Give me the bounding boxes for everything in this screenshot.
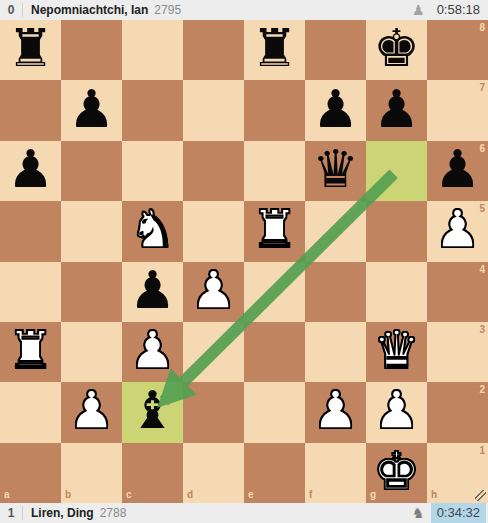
black-pawn-piece: ♟ (7, 143, 54, 195)
bottom-player-rating: 2788 (100, 506, 127, 520)
black-king-piece: ♚ (373, 22, 420, 74)
white-pawn-piece: ♟ (434, 203, 481, 255)
rank-label: 3 (479, 325, 485, 335)
black-pawn-piece: ♟ (312, 83, 359, 135)
square-e2[interactable] (244, 382, 305, 442)
black-pawn-piece: ♟ (129, 264, 176, 316)
square-a2[interactable] (0, 382, 61, 442)
square-f4[interactable] (305, 262, 366, 322)
file-label: d (187, 490, 193, 500)
square-d5[interactable] (183, 201, 244, 261)
square-a7[interactable] (0, 80, 61, 140)
black-pawn-piece: ♟ (434, 143, 481, 195)
bottom-player-clock: 0:34:32 (431, 503, 486, 523)
square-g3[interactable]: ♛ (366, 322, 427, 382)
square-g4[interactable] (366, 262, 427, 322)
square-f3[interactable] (305, 322, 366, 382)
white-pawn-piece: ♟ (312, 384, 359, 436)
square-b7[interactable]: ♟ (61, 80, 122, 140)
top-player-name: Nepomniachtchi, Ian (31, 3, 148, 17)
square-e5[interactable]: ♜ (244, 201, 305, 261)
square-c6[interactable] (122, 141, 183, 201)
square-c5[interactable]: ♞ (122, 201, 183, 261)
white-king-piece: ♚ (373, 445, 420, 497)
file-label: h (431, 490, 437, 500)
square-e4[interactable] (244, 262, 305, 322)
rank-label: 4 (479, 265, 485, 275)
square-a3[interactable]: ♜ (0, 322, 61, 382)
pawn-icon: ♟ (412, 3, 425, 17)
white-queen-piece: ♛ (373, 324, 420, 376)
square-h6[interactable]: ♟6 (427, 141, 488, 201)
resize-handle[interactable] (475, 490, 486, 501)
square-g5[interactable] (366, 201, 427, 261)
square-a4[interactable] (0, 262, 61, 322)
chess-board: ♜♜♚8♟♟♟7♟♛♟6♞♜♟5♟♟4♜♟♛3♟♝♟♟2abcdef♚g1h (0, 20, 488, 503)
black-pawn-piece: ♟ (68, 83, 115, 135)
square-b3[interactable] (61, 322, 122, 382)
square-f2[interactable]: ♟ (305, 382, 366, 442)
square-h3[interactable]: 3 (427, 322, 488, 382)
file-label: a (4, 490, 10, 500)
square-d6[interactable] (183, 141, 244, 201)
square-h2[interactable]: 2 (427, 382, 488, 442)
square-a5[interactable] (0, 201, 61, 261)
square-c8[interactable] (122, 20, 183, 80)
square-d2[interactable] (183, 382, 244, 442)
square-g2[interactable]: ♟ (366, 382, 427, 442)
file-label: f (309, 490, 312, 500)
top-player-score: 0 (0, 3, 22, 17)
divider (22, 506, 23, 520)
rank-label: 6 (479, 144, 485, 154)
black-rook-piece: ♜ (7, 22, 54, 74)
square-b4[interactable] (61, 262, 122, 322)
square-d1[interactable]: d (183, 443, 244, 503)
square-c3[interactable]: ♟ (122, 322, 183, 382)
square-f6[interactable]: ♛ (305, 141, 366, 201)
rank-label: 2 (479, 385, 485, 395)
black-pawn-piece: ♟ (373, 83, 420, 135)
black-rook-piece: ♜ (251, 22, 298, 74)
divider (22, 3, 23, 17)
square-g6[interactable] (366, 141, 427, 201)
rank-label: 7 (479, 83, 485, 93)
bottom-player-score: 1 (0, 506, 22, 520)
rank-label: 5 (479, 204, 485, 214)
square-a8[interactable]: ♜ (0, 20, 61, 80)
square-f8[interactable] (305, 20, 366, 80)
black-queen-piece: ♛ (312, 143, 359, 195)
file-label: g (370, 490, 376, 500)
square-g7[interactable]: ♟ (366, 80, 427, 140)
square-b5[interactable] (61, 201, 122, 261)
top-player-clock: 0:58:18 (431, 0, 486, 20)
square-g8[interactable]: ♚ (366, 20, 427, 80)
square-b2[interactable]: ♟ (61, 382, 122, 442)
square-d8[interactable] (183, 20, 244, 80)
white-rook-piece: ♜ (7, 324, 54, 376)
white-pawn-piece: ♟ (373, 384, 420, 436)
bottom-player-name: Liren, Ding (31, 506, 94, 520)
rank-label: 1 (479, 446, 485, 456)
top-player-rating: 2795 (154, 3, 181, 17)
square-d7[interactable] (183, 80, 244, 140)
file-label: c (126, 490, 132, 500)
file-label: e (248, 490, 254, 500)
square-h7[interactable]: 7 (427, 80, 488, 140)
square-f7[interactable]: ♟ (305, 80, 366, 140)
square-h4[interactable]: 4 (427, 262, 488, 322)
white-knight-piece: ♞ (129, 203, 176, 255)
square-h8[interactable]: 8 (427, 20, 488, 80)
file-label: b (65, 490, 71, 500)
white-rook-piece: ♜ (251, 203, 298, 255)
white-pawn-piece: ♟ (129, 324, 176, 376)
white-pawn-piece: ♟ (190, 264, 237, 316)
square-d4[interactable]: ♟ (183, 262, 244, 322)
rank-label: 8 (479, 23, 485, 33)
square-e8[interactable]: ♜ (244, 20, 305, 80)
square-a1[interactable]: a (0, 443, 61, 503)
square-b8[interactable] (61, 20, 122, 80)
square-a6[interactable]: ♟ (0, 141, 61, 201)
square-c4[interactable]: ♟ (122, 262, 183, 322)
square-c2[interactable]: ♝ (122, 382, 183, 442)
square-b6[interactable] (61, 141, 122, 201)
square-e6[interactable] (244, 141, 305, 201)
black-bishop-piece: ♝ (129, 384, 176, 436)
square-e1[interactable]: e (244, 443, 305, 503)
square-e7[interactable] (244, 80, 305, 140)
square-c1[interactable]: c (122, 443, 183, 503)
square-b1[interactable]: b (61, 443, 122, 503)
top-player-bar: 0 Nepomniachtchi, Ian 2795 ♟ 0:58:18 (0, 0, 488, 20)
bottom-player-bar: 1 Liren, Ding 2788 ♞ 0:34:32 (0, 503, 488, 523)
square-f1[interactable]: f (305, 443, 366, 503)
square-h5[interactable]: ♟5 (427, 201, 488, 261)
square-f5[interactable] (305, 201, 366, 261)
chess-live-viewer: 0 Nepomniachtchi, Ian 2795 ♟ 0:58:18 ♜♜♚… (0, 0, 488, 523)
white-pawn-piece: ♟ (68, 384, 115, 436)
square-e3[interactable] (244, 322, 305, 382)
square-d3[interactable] (183, 322, 244, 382)
square-g1[interactable]: ♚g (366, 443, 427, 503)
knight-icon: ♞ (412, 506, 425, 520)
square-c7[interactable] (122, 80, 183, 140)
